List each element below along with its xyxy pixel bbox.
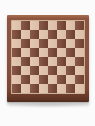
square-g3 bbox=[66, 66, 75, 75]
square-h6 bbox=[75, 39, 84, 48]
square-d5 bbox=[39, 48, 48, 57]
square-f5 bbox=[57, 48, 66, 57]
square-c8 bbox=[30, 21, 39, 30]
square-c4 bbox=[30, 57, 39, 66]
square-b7 bbox=[21, 30, 30, 39]
square-h7 bbox=[75, 30, 84, 39]
square-d7 bbox=[39, 30, 48, 39]
square-d8 bbox=[39, 21, 48, 30]
product-photo-background bbox=[0, 0, 95, 126]
square-h1 bbox=[75, 84, 84, 93]
square-c6 bbox=[30, 39, 39, 48]
square-h3 bbox=[75, 66, 84, 75]
square-e5 bbox=[48, 48, 57, 57]
square-a5 bbox=[12, 48, 21, 57]
square-f1 bbox=[57, 84, 66, 93]
square-e3 bbox=[48, 66, 57, 75]
square-c5 bbox=[30, 48, 39, 57]
square-h2 bbox=[75, 75, 84, 84]
square-e1 bbox=[48, 84, 57, 93]
square-g6 bbox=[66, 39, 75, 48]
square-d2 bbox=[39, 75, 48, 84]
square-d1 bbox=[39, 84, 48, 93]
square-a2 bbox=[12, 75, 21, 84]
square-g8 bbox=[66, 21, 75, 30]
square-h4 bbox=[75, 57, 84, 66]
square-e2 bbox=[48, 75, 57, 84]
square-f4 bbox=[57, 57, 66, 66]
square-f7 bbox=[57, 30, 66, 39]
square-g4 bbox=[66, 57, 75, 66]
square-f2 bbox=[57, 75, 66, 84]
square-h8 bbox=[75, 21, 84, 30]
square-b4 bbox=[21, 57, 30, 66]
square-d6 bbox=[39, 39, 48, 48]
square-a7 bbox=[12, 30, 21, 39]
square-e4 bbox=[48, 57, 57, 66]
square-d4 bbox=[39, 57, 48, 66]
square-b2 bbox=[21, 75, 30, 84]
square-a1 bbox=[12, 84, 21, 93]
square-f6 bbox=[57, 39, 66, 48]
board-inner-trim bbox=[11, 20, 85, 94]
square-b1 bbox=[21, 84, 30, 93]
board-grid bbox=[12, 21, 84, 93]
square-c7 bbox=[30, 30, 39, 39]
square-c2 bbox=[30, 75, 39, 84]
square-b8 bbox=[21, 21, 30, 30]
square-c1 bbox=[30, 84, 39, 93]
square-a4 bbox=[12, 57, 21, 66]
square-c3 bbox=[30, 66, 39, 75]
square-a3 bbox=[12, 66, 21, 75]
square-a8 bbox=[12, 21, 21, 30]
square-f3 bbox=[57, 66, 66, 75]
square-e7 bbox=[48, 30, 57, 39]
square-g2 bbox=[66, 75, 75, 84]
square-g1 bbox=[66, 84, 75, 93]
square-e8 bbox=[48, 21, 57, 30]
square-b3 bbox=[21, 66, 30, 75]
chess-board[interactable] bbox=[7, 15, 89, 102]
square-b6 bbox=[21, 39, 30, 48]
square-f8 bbox=[57, 21, 66, 30]
square-d3 bbox=[39, 66, 48, 75]
square-a6 bbox=[12, 39, 21, 48]
square-g5 bbox=[66, 48, 75, 57]
square-e6 bbox=[48, 39, 57, 48]
square-h5 bbox=[75, 48, 84, 57]
square-b5 bbox=[21, 48, 30, 57]
square-g7 bbox=[66, 30, 75, 39]
board-drop-shadow bbox=[9, 103, 89, 107]
